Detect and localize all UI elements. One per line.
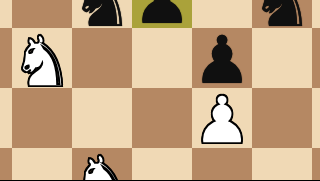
square-r0c3-lastmove-highlight[interactable]: ♟ [132,0,192,28]
square-r1c2[interactable] [72,28,132,88]
square-r0c2[interactable]: ♞ [72,0,132,28]
square-r2c1[interactable] [12,88,72,148]
square-r3c0[interactable] [0,148,12,180]
square-r0c6[interactable] [312,0,320,28]
square-r3c3[interactable] [132,148,192,180]
white-pawn[interactable]: ♟ [192,88,251,154]
square-r2c4[interactable]: ♟ [192,88,252,148]
square-r1c1[interactable]: ♞ [12,28,72,88]
square-r3c1[interactable] [12,148,72,180]
square-r3c6[interactable] [312,148,320,180]
square-r2c0[interactable] [0,88,12,148]
white-knight[interactable]: ♞ [71,147,134,181]
chessboard-viewport: ♞♟♞♞♟♟♞ [0,0,320,180]
square-r0c5[interactable]: ♞ [252,0,312,28]
square-r2c6[interactable] [312,88,320,148]
white-knight[interactable]: ♞ [11,27,74,97]
square-r3c5[interactable] [252,148,312,180]
square-r2c2[interactable] [72,88,132,148]
square-r1c4[interactable]: ♟ [192,28,252,88]
square-r1c3[interactable] [132,28,192,88]
square-r1c6[interactable] [312,28,320,88]
square-r2c5[interactable] [252,88,312,148]
square-r3c2[interactable]: ♞ [72,148,132,180]
square-r1c5[interactable] [252,28,312,88]
square-r3c4[interactable] [192,148,252,180]
square-r2c3[interactable] [132,88,192,148]
